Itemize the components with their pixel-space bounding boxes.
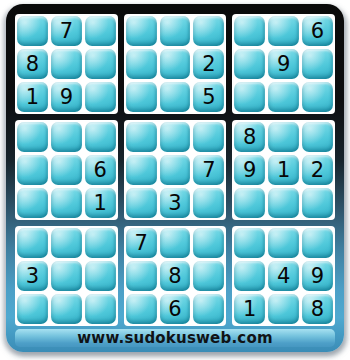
sudoku-box-9: 4918	[232, 226, 335, 326]
cell-r3c6-given: 5	[193, 82, 224, 112]
cell-r4c1-empty[interactable]	[17, 122, 48, 152]
cell-r2c4-empty[interactable]	[126, 49, 157, 79]
cell-r3c3-empty[interactable]	[85, 82, 116, 112]
cell-r1c2-given: 7	[51, 16, 82, 46]
cell-r2c9-empty[interactable]	[302, 49, 333, 79]
cell-r7c8-empty[interactable]	[268, 228, 299, 258]
cell-r3c2-given: 9	[51, 82, 82, 112]
cell-r1c7-empty[interactable]	[234, 16, 265, 46]
cell-r4c8-empty[interactable]	[268, 122, 299, 152]
sudoku-box-3: 69	[232, 14, 335, 114]
cell-r9c2-empty[interactable]	[51, 294, 82, 324]
cell-r1c4-empty[interactable]	[126, 16, 157, 46]
sudoku-box-6: 8912	[232, 120, 335, 220]
cell-r2c2-empty[interactable]	[51, 49, 82, 79]
cell-r5c8-given: 1	[268, 155, 299, 185]
cell-r5c7-given: 9	[234, 155, 265, 185]
cell-r8c4-empty[interactable]	[126, 261, 157, 291]
cell-r6c2-empty[interactable]	[51, 188, 82, 218]
cell-r2c5-empty[interactable]	[160, 49, 191, 79]
cell-r5c9-given: 2	[302, 155, 333, 185]
cell-r7c4-given: 7	[126, 228, 157, 258]
cell-r6c1-empty[interactable]	[17, 188, 48, 218]
cell-r9c4-empty[interactable]	[126, 294, 157, 324]
cell-r8c1-given: 3	[17, 261, 48, 291]
cell-r7c9-empty[interactable]	[302, 228, 333, 258]
cell-r7c3-empty[interactable]	[85, 228, 116, 258]
cell-r1c3-empty[interactable]	[85, 16, 116, 46]
cell-r2c6-given: 2	[193, 49, 224, 79]
cell-r6c5-given: 3	[160, 188, 191, 218]
sudoku-box-8: 786	[124, 226, 227, 326]
cell-r5c3-given: 6	[85, 155, 116, 185]
cell-r1c1-empty[interactable]	[17, 16, 48, 46]
cell-r7c2-empty[interactable]	[51, 228, 82, 258]
cell-r8c2-empty[interactable]	[51, 261, 82, 291]
cell-r8c7-empty[interactable]	[234, 261, 265, 291]
cell-r9c5-given: 6	[160, 294, 191, 324]
cell-r5c5-empty[interactable]	[160, 155, 191, 185]
sudoku-board-frame: 781925696173891237864918 www.sudokusweb.…	[6, 4, 344, 352]
cell-r9c8-empty[interactable]	[268, 294, 299, 324]
cell-r2c1-given: 8	[17, 49, 48, 79]
cell-r5c6-given: 7	[193, 155, 224, 185]
cell-r6c7-empty[interactable]	[234, 188, 265, 218]
cell-r2c7-empty[interactable]	[234, 49, 265, 79]
cell-r4c3-empty[interactable]	[85, 122, 116, 152]
cell-r1c5-empty[interactable]	[160, 16, 191, 46]
cell-r3c5-empty[interactable]	[160, 82, 191, 112]
cell-r7c6-empty[interactable]	[193, 228, 224, 258]
cell-r9c9-given: 8	[302, 294, 333, 324]
cell-r9c3-empty[interactable]	[85, 294, 116, 324]
cell-r6c8-empty[interactable]	[268, 188, 299, 218]
sudoku-grid: 781925696173891237864918	[15, 14, 335, 326]
cell-r2c8-given: 9	[268, 49, 299, 79]
sudoku-box-5: 73	[124, 120, 227, 220]
cell-r5c2-empty[interactable]	[51, 155, 82, 185]
cell-r1c6-empty[interactable]	[193, 16, 224, 46]
cell-r8c9-given: 9	[302, 261, 333, 291]
sudoku-box-7: 3	[15, 226, 118, 326]
cell-r8c3-empty[interactable]	[85, 261, 116, 291]
cell-r2c3-empty[interactable]	[85, 49, 116, 79]
sudoku-page: 781925696173891237864918 www.sudokusweb.…	[0, 0, 350, 360]
cell-r9c7-given: 1	[234, 294, 265, 324]
cell-r5c1-empty[interactable]	[17, 155, 48, 185]
cell-r8c8-given: 4	[268, 261, 299, 291]
sudoku-box-4: 61	[15, 120, 118, 220]
cell-r3c4-empty[interactable]	[126, 82, 157, 112]
sudoku-box-2: 25	[124, 14, 227, 114]
cell-r6c9-empty[interactable]	[302, 188, 333, 218]
cell-r8c5-given: 8	[160, 261, 191, 291]
cell-r9c1-empty[interactable]	[17, 294, 48, 324]
sudoku-box-1: 7819	[15, 14, 118, 114]
cell-r4c7-given: 8	[234, 122, 265, 152]
cell-r8c6-empty[interactable]	[193, 261, 224, 291]
sudokusweb-link[interactable]: www.sudokusweb.com	[15, 329, 335, 347]
cell-r1c8-empty[interactable]	[268, 16, 299, 46]
cell-r3c7-empty[interactable]	[234, 82, 265, 112]
cell-r3c1-given: 1	[17, 82, 48, 112]
cell-r7c7-empty[interactable]	[234, 228, 265, 258]
cell-r5c4-empty[interactable]	[126, 155, 157, 185]
cell-r7c5-empty[interactable]	[160, 228, 191, 258]
cell-r6c3-given: 1	[85, 188, 116, 218]
cell-r9c6-empty[interactable]	[193, 294, 224, 324]
cell-r3c9-empty[interactable]	[302, 82, 333, 112]
cell-r4c9-empty[interactable]	[302, 122, 333, 152]
cell-r3c8-empty[interactable]	[268, 82, 299, 112]
cell-r4c5-empty[interactable]	[160, 122, 191, 152]
cell-r4c2-empty[interactable]	[51, 122, 82, 152]
cell-r6c4-empty[interactable]	[126, 188, 157, 218]
cell-r1c9-given: 6	[302, 16, 333, 46]
cell-r4c6-empty[interactable]	[193, 122, 224, 152]
cell-r7c1-empty[interactable]	[17, 228, 48, 258]
cell-r6c6-empty[interactable]	[193, 188, 224, 218]
cell-r4c4-empty[interactable]	[126, 122, 157, 152]
